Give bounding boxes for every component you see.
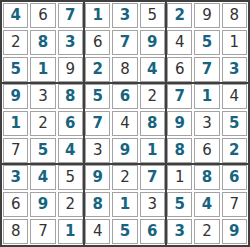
sudoku-cell-r6c2[interactable]: 5 bbox=[30, 138, 55, 163]
sudoku-cell-r6c7[interactable]: 8 bbox=[167, 138, 192, 163]
sudoku-cell-r5c9[interactable]: 5 bbox=[222, 111, 247, 136]
sudoku-cell-r1c8[interactable]: 9 bbox=[194, 3, 219, 28]
sudoku-cell-r4c4[interactable]: 5 bbox=[85, 84, 110, 109]
sudoku-cell-r5c2[interactable]: 2 bbox=[30, 111, 55, 136]
sudoku-cell-r2c7[interactable]: 4 bbox=[167, 30, 192, 55]
sudoku-cell-r6c9[interactable]: 2 bbox=[222, 138, 247, 163]
sudoku-cell-r1c6[interactable]: 5 bbox=[140, 3, 165, 28]
sudoku-cell-r7c5[interactable]: 2 bbox=[112, 165, 137, 190]
sudoku-cell-r7c2[interactable]: 4 bbox=[30, 165, 55, 190]
sudoku-cell-r5c8[interactable]: 3 bbox=[194, 111, 219, 136]
sudoku-cell-r5c7[interactable]: 9 bbox=[167, 111, 192, 136]
sudoku-cell-r7c7[interactable]: 1 bbox=[167, 165, 192, 190]
sudoku-cell-r8c2[interactable]: 9 bbox=[30, 192, 55, 217]
sudoku-cell-r6c6[interactable]: 1 bbox=[140, 138, 165, 163]
sudoku-cell-r6c1[interactable]: 7 bbox=[3, 138, 28, 163]
sudoku-cell-r7c4[interactable]: 9 bbox=[85, 165, 110, 190]
sudoku-cell-r3c6[interactable]: 4 bbox=[140, 57, 165, 82]
sudoku-cell-r1c4[interactable]: 1 bbox=[85, 3, 110, 28]
sudoku-cell-r4c9[interactable]: 4 bbox=[222, 84, 247, 109]
sudoku-cell-r2c6[interactable]: 9 bbox=[140, 30, 165, 55]
sudoku-cell-r5c1[interactable]: 1 bbox=[3, 111, 28, 136]
sudoku-cell-r6c5[interactable]: 9 bbox=[112, 138, 137, 163]
sudoku-cell-r9c9[interactable]: 9 bbox=[222, 219, 247, 244]
sudoku-cell-r2c2[interactable]: 8 bbox=[30, 30, 55, 55]
sudoku-cell-r7c9[interactable]: 6 bbox=[222, 165, 247, 190]
sudoku-cell-r8c7[interactable]: 5 bbox=[167, 192, 192, 217]
sudoku-cell-r8c6[interactable]: 3 bbox=[140, 192, 165, 217]
sudoku-cell-r4c2[interactable]: 3 bbox=[30, 84, 55, 109]
sudoku-cell-r5c6[interactable]: 8 bbox=[140, 111, 165, 136]
sudoku-cell-r3c8[interactable]: 7 bbox=[194, 57, 219, 82]
sudoku-cell-r6c8[interactable]: 6 bbox=[194, 138, 219, 163]
sudoku-cell-r8c3[interactable]: 2 bbox=[58, 192, 83, 217]
sudoku-cell-r8c9[interactable]: 7 bbox=[222, 192, 247, 217]
sudoku-cell-r2c8[interactable]: 5 bbox=[194, 30, 219, 55]
sudoku-cell-r4c6[interactable]: 2 bbox=[140, 84, 165, 109]
sudoku-cell-r8c5[interactable]: 1 bbox=[112, 192, 137, 217]
sudoku-cell-r4c8[interactable]: 1 bbox=[194, 84, 219, 109]
sudoku-cell-r4c7[interactable]: 7 bbox=[167, 84, 192, 109]
sudoku-cell-r1c5[interactable]: 3 bbox=[112, 3, 137, 28]
sudoku-cell-r6c3[interactable]: 4 bbox=[58, 138, 83, 163]
sudoku-cell-r9c4[interactable]: 4 bbox=[85, 219, 110, 244]
sudoku-cell-r5c3[interactable]: 6 bbox=[58, 111, 83, 136]
sudoku-cell-r6c4[interactable]: 3 bbox=[85, 138, 110, 163]
sudoku-cell-r7c6[interactable]: 7 bbox=[140, 165, 165, 190]
sudoku-grid: 4671352982836794515192846739385627141267… bbox=[3, 3, 247, 244]
sudoku-cell-r7c3[interactable]: 5 bbox=[58, 165, 83, 190]
sudoku-cell-r1c3[interactable]: 7 bbox=[58, 3, 83, 28]
sudoku-cell-r1c7[interactable]: 2 bbox=[167, 3, 192, 28]
sudoku-cell-r4c3[interactable]: 8 bbox=[58, 84, 83, 109]
sudoku-cell-r7c8[interactable]: 8 bbox=[194, 165, 219, 190]
sudoku-cell-r2c9[interactable]: 1 bbox=[222, 30, 247, 55]
sudoku-cell-r5c4[interactable]: 7 bbox=[85, 111, 110, 136]
sudoku-cell-r9c8[interactable]: 2 bbox=[194, 219, 219, 244]
sudoku-cell-r2c5[interactable]: 7 bbox=[112, 30, 137, 55]
sudoku-cell-r3c9[interactable]: 3 bbox=[222, 57, 247, 82]
sudoku-cell-r3c4[interactable]: 2 bbox=[85, 57, 110, 82]
sudoku-cell-r3c1[interactable]: 5 bbox=[3, 57, 28, 82]
sudoku-cell-r8c8[interactable]: 4 bbox=[194, 192, 219, 217]
sudoku-cell-r3c7[interactable]: 6 bbox=[167, 57, 192, 82]
sudoku-board: 4671352982836794515192846739385627141267… bbox=[0, 0, 250, 247]
sudoku-cell-r9c2[interactable]: 7 bbox=[30, 219, 55, 244]
sudoku-cell-r2c1[interactable]: 2 bbox=[3, 30, 28, 55]
sudoku-cell-r5c5[interactable]: 4 bbox=[112, 111, 137, 136]
sudoku-cell-r9c7[interactable]: 3 bbox=[167, 219, 192, 244]
sudoku-cell-r3c5[interactable]: 8 bbox=[112, 57, 137, 82]
sudoku-cell-r3c2[interactable]: 1 bbox=[30, 57, 55, 82]
sudoku-cell-r1c2[interactable]: 6 bbox=[30, 3, 55, 28]
sudoku-cell-r1c1[interactable]: 4 bbox=[3, 3, 28, 28]
sudoku-cell-r3c3[interactable]: 9 bbox=[58, 57, 83, 82]
sudoku-cell-r4c1[interactable]: 9 bbox=[3, 84, 28, 109]
sudoku-cell-r9c5[interactable]: 5 bbox=[112, 219, 137, 244]
sudoku-cell-r9c1[interactable]: 8 bbox=[3, 219, 28, 244]
sudoku-cell-r9c3[interactable]: 1 bbox=[58, 219, 83, 244]
sudoku-cell-r8c4[interactable]: 8 bbox=[85, 192, 110, 217]
sudoku-cell-r2c4[interactable]: 6 bbox=[85, 30, 110, 55]
sudoku-cell-r1c9[interactable]: 8 bbox=[222, 3, 247, 28]
sudoku-cell-r9c6[interactable]: 6 bbox=[140, 219, 165, 244]
sudoku-cell-r7c1[interactable]: 3 bbox=[3, 165, 28, 190]
sudoku-cell-r8c1[interactable]: 6 bbox=[3, 192, 28, 217]
sudoku-cell-r2c3[interactable]: 3 bbox=[58, 30, 83, 55]
sudoku-cell-r4c5[interactable]: 6 bbox=[112, 84, 137, 109]
